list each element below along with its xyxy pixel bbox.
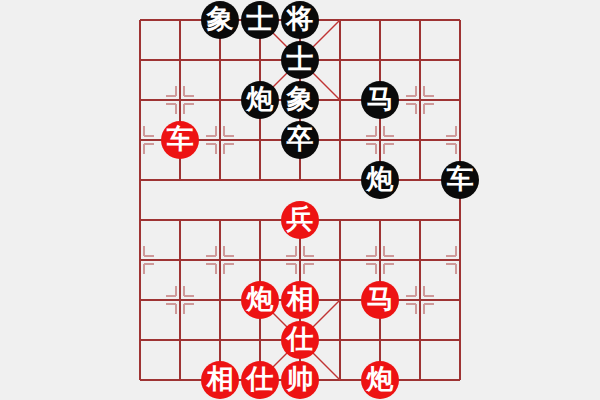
piece-red-advisor[interactable]: 仕 <box>241 361 279 399</box>
piece-red-advisor[interactable]: 仕 <box>281 321 319 359</box>
piece-black-chariot[interactable]: 车 <box>441 161 479 199</box>
piece-red-soldier[interactable]: 兵 <box>281 201 319 239</box>
piece-black-advisor[interactable]: 士 <box>241 1 279 39</box>
piece-black-horse[interactable]: 马 <box>361 81 399 119</box>
piece-black-cannon[interactable]: 炮 <box>361 161 399 199</box>
piece-black-elephant[interactable]: 象 <box>201 1 239 39</box>
piece-red-elephant[interactable]: 相 <box>201 361 239 399</box>
piece-red-general[interactable]: 帅 <box>281 361 319 399</box>
xiangqi-board-screen: 象士将士炮象马车卒炮车兵炮相马仕相仕帅炮 <box>0 0 600 400</box>
piece-black-elephant[interactable]: 象 <box>281 81 319 119</box>
pieces-grid: 象士将士炮象马车卒炮车兵炮相马仕相仕帅炮 <box>120 0 480 400</box>
piece-black-cannon[interactable]: 炮 <box>241 81 279 119</box>
piece-red-horse[interactable]: 马 <box>361 281 399 319</box>
piece-black-general[interactable]: 将 <box>281 1 319 39</box>
piece-black-advisor[interactable]: 士 <box>281 41 319 79</box>
piece-red-elephant[interactable]: 相 <box>281 281 319 319</box>
piece-red-cannon[interactable]: 炮 <box>241 281 279 319</box>
piece-red-chariot[interactable]: 车 <box>161 121 199 159</box>
piece-red-cannon[interactable]: 炮 <box>361 361 399 399</box>
piece-black-soldier[interactable]: 卒 <box>281 121 319 159</box>
